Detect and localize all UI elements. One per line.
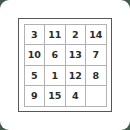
tile-10[interactable]: 10 — [25, 45, 45, 65]
tile-14[interactable]: 14 — [86, 25, 106, 45]
puzzle-board-frame: 311214106137511289154 — [18, 18, 112, 112]
tile-1[interactable]: 1 — [45, 66, 65, 86]
tile-13[interactable]: 13 — [66, 45, 86, 65]
tile-4[interactable]: 4 — [66, 86, 86, 106]
tile-7[interactable]: 7 — [86, 45, 106, 65]
empty-cell — [86, 86, 106, 106]
tile-3[interactable]: 3 — [25, 25, 45, 45]
tile-12[interactable]: 12 — [66, 66, 86, 86]
tile-15[interactable]: 15 — [45, 86, 65, 106]
tile-8[interactable]: 8 — [86, 66, 106, 86]
tile-6[interactable]: 6 — [45, 45, 65, 65]
tile-5[interactable]: 5 — [25, 66, 45, 86]
puzzle-grid: 311214106137511289154 — [24, 24, 107, 107]
tile-9[interactable]: 9 — [25, 86, 45, 106]
app-icon-background: 311214106137511289154 — [0, 0, 130, 130]
tile-2[interactable]: 2 — [66, 25, 86, 45]
tile-11[interactable]: 11 — [45, 25, 65, 45]
